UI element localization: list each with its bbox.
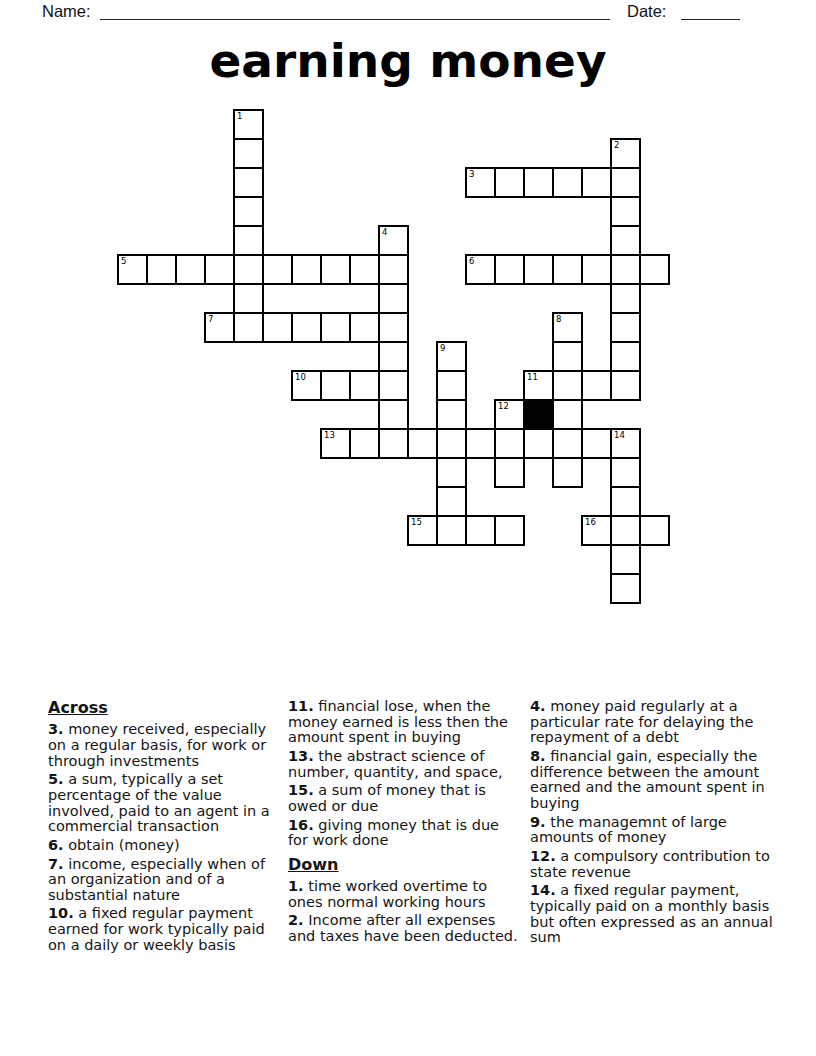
down-heading: Down (288, 856, 520, 873)
clue-text: a fixed regular payment earned for work … (48, 905, 265, 952)
clue-text: a fixed regular payment, typically paid … (530, 882, 773, 945)
clue-number: 8. (530, 748, 546, 764)
crossword-cell[interactable] (465, 428, 496, 459)
cell-number-label: 15 (411, 517, 422, 527)
cell-number-label: 7 (208, 314, 213, 324)
crossword-grid: 12345678910111213141516 (118, 110, 670, 604)
crossword-cell[interactable] (552, 167, 583, 198)
clue-item-8: 8. financial gain, especially the differ… (530, 749, 780, 812)
name-write-line (100, 1, 610, 20)
crossword-cell[interactable] (436, 515, 467, 546)
crossword-cell[interactable] (233, 254, 264, 285)
cell-number-label: 14 (614, 430, 625, 440)
crossword-cell[interactable] (610, 196, 641, 227)
crossword-cell[interactable] (610, 254, 641, 285)
clue-text: giving money that is due for work done (288, 817, 499, 849)
crossword-cell[interactable] (407, 428, 438, 459)
crossword-cell[interactable] (552, 428, 583, 459)
clue-item-13: 13. the abstract science of number, quan… (288, 749, 520, 780)
crossword-cell[interactable] (378, 370, 409, 401)
cell-number-label: 1 (237, 111, 242, 121)
crossword-cell[interactable]: 15 (407, 515, 438, 546)
crossword-cell[interactable] (610, 486, 641, 517)
crossword-cell[interactable] (378, 341, 409, 372)
clue-text: financial lose, when the money earned is… (288, 698, 508, 745)
crossword-cell[interactable] (349, 254, 380, 285)
crossword-cell[interactable] (233, 283, 264, 314)
clue-text: a compulsory contribution to state reven… (530, 848, 770, 880)
crossword-cell[interactable] (494, 167, 525, 198)
crossword-cell[interactable] (233, 196, 264, 227)
crossword-cell[interactable] (436, 457, 467, 488)
clue-number: 7. (48, 856, 64, 872)
clue-item-11: 11. financial lose, when the money earne… (288, 699, 520, 746)
clue-number: 6. (48, 837, 64, 853)
clue-number: 13. (288, 748, 314, 764)
crossword-cell[interactable] (320, 370, 351, 401)
crossword-cell[interactable] (349, 370, 380, 401)
clue-text: financial gain, especially the differenc… (530, 748, 765, 811)
clues-column-3: 4. money paid regularly at a particular … (530, 699, 780, 949)
date-label: Date: (627, 1, 666, 21)
clue-number: 3. (48, 721, 64, 737)
clue-number: 11. (288, 698, 314, 714)
crossword-cell[interactable] (233, 138, 264, 169)
crossword-cell[interactable] (320, 254, 351, 285)
crossword-cell[interactable] (146, 254, 177, 285)
clue-number: 9. (530, 814, 546, 830)
clue-text: money paid regularly at a particular rat… (530, 698, 753, 745)
clue-text: the abstract science of number, quantity… (288, 748, 503, 780)
crossword-cell[interactable] (494, 457, 525, 488)
crossword-cell[interactable] (552, 254, 583, 285)
clue-item-15: 15. a sum of money that is owed or due (288, 783, 520, 814)
crossword-cell[interactable]: 12 (494, 399, 525, 430)
clue-item-12: 12. a compulsory contribution to state r… (530, 849, 780, 880)
crossword-cell[interactable] (262, 312, 293, 343)
clue-item-1: 1. time worked overtime to ones normal w… (288, 879, 520, 910)
crossword-cell[interactable] (523, 254, 554, 285)
crossword-cell[interactable] (494, 428, 525, 459)
crossword-cell[interactable] (291, 312, 322, 343)
crossword-cell[interactable] (610, 457, 641, 488)
crossword-cell[interactable] (523, 428, 554, 459)
clue-number: 4. (530, 698, 546, 714)
crossword-cell[interactable] (581, 370, 612, 401)
crossword-cell[interactable] (639, 254, 670, 285)
clue-number: 15. (288, 782, 314, 798)
crossword-cell[interactable] (610, 370, 641, 401)
crossword-cell[interactable] (581, 254, 612, 285)
cell-number-label: 11 (527, 372, 538, 382)
crossword-cell[interactable] (436, 370, 467, 401)
clue-number: 1. (288, 878, 304, 894)
cell-number-label: 8 (556, 314, 561, 324)
crossword-cell[interactable] (378, 283, 409, 314)
crossword-cell[interactable] (233, 167, 264, 198)
crossword-cell[interactable]: 9 (436, 341, 467, 372)
crossword-cell[interactable] (610, 225, 641, 256)
crossword-cell[interactable] (552, 399, 583, 430)
crossword-cell[interactable] (465, 515, 496, 546)
across-heading: Across (48, 699, 282, 716)
crossword-cell[interactable] (349, 428, 380, 459)
crossword-cell[interactable]: 8 (552, 312, 583, 343)
clue-number: 2. (288, 912, 304, 928)
crossword-cell[interactable] (552, 341, 583, 372)
worksheet-page: Name: Date: earning money 12345678910111… (0, 0, 816, 1056)
crossword-cell[interactable] (378, 254, 409, 285)
clue-number: 5. (48, 771, 64, 787)
clue-item-4: 4. money paid regularly at a particular … (530, 699, 780, 746)
cell-number-label: 4 (382, 227, 387, 237)
clue-number: 16. (288, 817, 314, 833)
puzzle-title: earning money (0, 33, 816, 89)
clues-column-2: 11. financial lose, when the money earne… (288, 699, 520, 948)
crossword-cell[interactable]: 11 (523, 370, 554, 401)
crossword-cell[interactable]: 3 (465, 167, 496, 198)
crossword-cell[interactable] (436, 428, 467, 459)
crossword-cell[interactable]: 10 (291, 370, 322, 401)
cell-number-label: 5 (121, 256, 126, 266)
crossword-cell[interactable] (581, 167, 612, 198)
clue-item-5: 5. a sum, typically a set percentage of … (48, 772, 282, 835)
cell-number-label: 10 (295, 372, 306, 382)
crossword-cell[interactable]: 7 (204, 312, 235, 343)
clue-text: a sum, typically a set percentage of the… (48, 771, 270, 834)
clue-text: time worked overtime to ones normal work… (288, 878, 487, 910)
crossword-cell[interactable] (436, 486, 467, 517)
crossword-cell[interactable] (320, 312, 351, 343)
crossword-cell[interactable] (610, 573, 641, 604)
crossword-cell[interactable] (175, 254, 206, 285)
crossword-cell[interactable] (610, 515, 641, 546)
cell-number-label: 13 (324, 430, 335, 440)
clue-item-10: 10. a fixed regular payment earned for w… (48, 906, 282, 953)
name-label: Name: (42, 1, 91, 21)
crossword-cell[interactable] (494, 254, 525, 285)
clue-text: a sum of money that is owed or due (288, 782, 486, 814)
crossword-cell[interactable] (552, 457, 583, 488)
crossword-cell[interactable]: 14 (610, 428, 641, 459)
clue-item-9: 9. the managemnt of large amounts of mon… (530, 815, 780, 846)
crossword-cell[interactable]: 6 (465, 254, 496, 285)
crossword-cell[interactable]: 5 (117, 254, 148, 285)
crossword-cell[interactable] (233, 225, 264, 256)
clue-item-2: 2. Income after all expenses and taxes h… (288, 913, 520, 944)
clue-text: income, especially when of an organizati… (48, 856, 265, 903)
crossword-cell[interactable] (378, 399, 409, 430)
crossword-cell[interactable] (204, 254, 235, 285)
crossword-cell[interactable]: 1 (233, 109, 264, 140)
crossword-cell[interactable]: 2 (610, 138, 641, 169)
crossword-cell[interactable] (610, 167, 641, 198)
cell-number-label: 3 (469, 169, 474, 179)
crossword-cell[interactable] (610, 283, 641, 314)
crossword-cell[interactable] (494, 515, 525, 546)
crossword-cell[interactable] (291, 254, 322, 285)
clue-item-16: 16. giving money that is due for work do… (288, 818, 520, 849)
crossword-cell[interactable] (552, 370, 583, 401)
crossword-cell[interactable]: 13 (320, 428, 351, 459)
date-write-line (681, 1, 740, 20)
crossword-cell[interactable] (581, 428, 612, 459)
crossword-cell[interactable] (610, 341, 641, 372)
clues-column-1: Across3. money received, especially on a… (48, 699, 282, 956)
crossword-cell[interactable] (436, 399, 467, 430)
cell-number-label: 9 (440, 343, 445, 353)
clue-item-6: 6. obtain (money) (48, 838, 282, 854)
crossword-cell[interactable] (523, 167, 554, 198)
cell-number-label: 16 (585, 517, 596, 527)
clue-number: 14. (530, 882, 556, 898)
clue-item-14: 14. a fixed regular payment, typically p… (530, 883, 780, 946)
crossword-cell[interactable] (233, 312, 264, 343)
crossword-cell[interactable] (262, 254, 293, 285)
crossword-cell[interactable] (610, 312, 641, 343)
clue-text: obtain (money) (64, 837, 180, 853)
clue-text: the managemnt of large amounts of money (530, 814, 727, 846)
crossword-cell[interactable] (349, 312, 380, 343)
clue-text: Income after all expenses and taxes have… (288, 912, 518, 944)
clue-text: money received, especially on a regular … (48, 721, 266, 768)
crossword-cell[interactable] (610, 544, 641, 575)
clue-item-3: 3. money received, especially on a regul… (48, 722, 282, 769)
crossword-cell[interactable] (639, 515, 670, 546)
crossword-cell[interactable] (378, 312, 409, 343)
clue-number: 12. (530, 848, 556, 864)
crossword-cell[interactable] (378, 428, 409, 459)
cell-number-label: 6 (469, 256, 474, 266)
black-cell (523, 399, 554, 430)
cell-number-label: 2 (614, 140, 619, 150)
crossword-cell[interactable]: 4 (378, 225, 409, 256)
cell-number-label: 12 (498, 401, 509, 411)
clue-item-7: 7. income, especially when of an organiz… (48, 857, 282, 904)
crossword-cell[interactable]: 16 (581, 515, 612, 546)
clue-number: 10. (48, 905, 74, 921)
